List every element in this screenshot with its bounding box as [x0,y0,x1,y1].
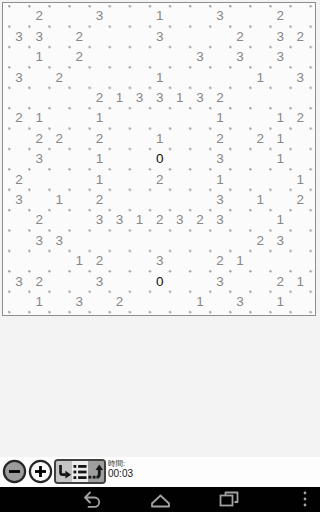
redo-button[interactable] [88,461,104,482]
clue-cell[interactable] [69,6,89,26]
clue-cell[interactable] [250,26,270,46]
android-navbar [0,487,320,512]
clue-cell[interactable] [29,190,49,210]
clue-cell[interactable] [190,6,210,26]
clue-cell[interactable] [49,210,69,230]
clue-cell[interactable]: 2 [89,128,109,148]
clue-cell[interactable]: 1 [29,108,49,128]
clue-cell[interactable] [290,128,310,148]
clue-cell[interactable]: 2 [29,6,49,26]
clue-cell[interactable]: 2 [109,291,129,311]
clue-cell[interactable] [29,169,49,189]
clue-cell[interactable] [9,230,29,250]
clue-cell[interactable]: 3 [89,6,109,26]
clue-cell[interactable] [230,6,250,26]
clue-cell[interactable]: 1 [190,291,210,311]
clue-cell[interactable]: 1 [29,291,49,311]
clue-cell[interactable] [29,88,49,108]
recents-icon-front-window [221,496,233,506]
clue-cell[interactable] [210,230,230,250]
clue-cell[interactable] [49,47,69,67]
clue-cell[interactable] [190,128,210,148]
clue-cell[interactable] [290,251,310,271]
clue-cell[interactable]: 1 [49,190,69,210]
clue-cell[interactable] [130,6,150,26]
clue-cell[interactable] [109,169,129,189]
clue-cell[interactable] [230,230,250,250]
clue-cell[interactable] [290,6,310,26]
clue-cell[interactable] [150,190,170,210]
clue-cell[interactable]: 2 [49,128,69,148]
home-button[interactable] [150,491,171,508]
clue-cell[interactable] [230,210,250,230]
clue-cell[interactable]: 1 [109,88,129,108]
clue-cell[interactable]: 3 [29,26,49,46]
clue-cell[interactable] [170,230,190,250]
clue-cell[interactable] [250,88,270,108]
clue-cell[interactable]: 3 [49,230,69,250]
clue-cell[interactable] [250,108,270,128]
clue-cell[interactable]: 3 [29,149,49,169]
clue-cell[interactable] [150,230,170,250]
clue-cell[interactable] [230,88,250,108]
clue-cell[interactable] [170,67,190,87]
clue-cell[interactable] [49,26,69,46]
clue-cell[interactable] [170,47,190,67]
clue-cell[interactable]: 1 [230,251,250,271]
clue-cell[interactable]: 1 [250,67,270,87]
redo-arrow-icon [88,464,104,480]
clue-cell[interactable] [170,190,190,210]
clue-cell[interactable]: 2 [69,26,89,46]
clue-cell[interactable]: 1 [270,108,290,128]
clue-cell[interactable] [290,210,310,230]
back-button[interactable] [81,491,103,508]
clue-cell[interactable] [250,291,270,311]
clue-cells[interactable]: 2313233232321233332113213313221111222212… [9,6,310,312]
clue-cell[interactable] [290,47,310,67]
clue-cell[interactable] [109,6,129,26]
clue-cell[interactable] [109,190,129,210]
clue-cell[interactable] [230,67,250,87]
clue-cell[interactable] [250,251,270,271]
clue-cell[interactable]: 1 [150,128,170,148]
clue-cell[interactable]: 3 [9,271,29,291]
clue-cell[interactable]: 3 [89,210,109,230]
clue-cell[interactable]: 3 [150,251,170,271]
recents-icon-back-window [226,493,238,503]
zoom-out-button[interactable] [2,459,27,484]
clue-cell[interactable] [69,190,89,210]
clue-cell[interactable] [9,251,29,271]
clue-cell[interactable] [89,26,109,46]
clue-cell[interactable] [109,230,129,250]
home-icon [152,496,169,507]
clue-cell[interactable]: 1 [290,169,310,189]
clue-cell[interactable] [69,88,89,108]
edit-button-group [54,459,106,484]
clue-cell[interactable] [170,291,190,311]
clue-cell[interactable]: 3 [29,230,49,250]
clue-cell[interactable] [109,108,129,128]
clue-cell[interactable]: 2 [210,88,230,108]
clue-cell[interactable]: 2 [230,26,250,46]
clue-cell[interactable] [290,230,310,250]
clue-cell[interactable]: 3 [210,271,230,291]
clue-cell[interactable] [250,149,270,169]
clue-cell[interactable] [29,67,49,87]
clue-cell[interactable]: 2 [290,26,310,46]
clue-cell[interactable] [270,169,290,189]
clue-cell[interactable]: 1 [89,108,109,128]
clue-cell[interactable]: 2 [29,128,49,148]
clue-cell[interactable] [270,67,290,87]
clue-cell[interactable]: 3 [150,88,170,108]
clue-cell[interactable] [130,271,150,291]
clue-cell[interactable]: 3 [130,88,150,108]
clue-cell[interactable] [109,67,129,87]
clue-cell[interactable] [190,190,210,210]
clue-cell[interactable] [250,6,270,26]
clue-cell[interactable]: 3 [230,47,250,67]
clue-cell[interactable] [9,149,29,169]
clue-cell[interactable] [109,149,129,169]
clue-cell[interactable]: 1 [69,251,89,271]
clue-cell[interactable]: 3 [270,47,290,67]
clue-cell[interactable]: 2 [9,169,29,189]
clue-cell[interactable]: 3 [170,210,190,230]
clue-cell[interactable]: 1 [170,88,190,108]
clue-cell[interactable] [69,108,89,128]
slitherlink-board[interactable]: 2313233232321233332113213313221111222212… [2,2,316,316]
clue-cell[interactable] [230,169,250,189]
clue-cell[interactable] [109,47,129,67]
clue-cell[interactable]: 1 [130,210,150,230]
clue-cell[interactable] [49,108,69,128]
clue-cell[interactable] [9,47,29,67]
clue-cell[interactable] [89,230,109,250]
clue-cell[interactable] [230,190,250,210]
clue-cell[interactable] [190,169,210,189]
clue-cell[interactable] [130,108,150,128]
clue-cell[interactable] [9,6,29,26]
clue-cell[interactable]: 2 [290,190,310,210]
clue-cell[interactable] [250,47,270,67]
clue-cell[interactable]: 3 [190,47,210,67]
clue-cell[interactable]: 1 [150,67,170,87]
back-icon [85,493,99,507]
app-screen: 2313233232321233332113213313221111222212… [0,0,320,512]
clue-cell[interactable] [230,149,250,169]
clue-cell[interactable] [49,6,69,26]
clue-cell[interactable]: 3 [210,210,230,230]
clue-cell[interactable]: 2 [49,67,69,87]
clue-cell[interactable] [89,67,109,87]
clue-cell[interactable] [69,128,89,148]
clue-cell[interactable]: 3 [230,291,250,311]
clue-cell[interactable] [29,251,49,271]
clue-cell[interactable] [190,251,210,271]
clue-cell[interactable] [170,271,190,291]
clue-cell[interactable] [190,230,210,250]
clue-cell[interactable]: 2 [89,190,109,210]
clue-cell[interactable]: 2 [210,251,230,271]
clue-cell[interactable] [49,169,69,189]
clue-cell[interactable]: 1 [250,190,270,210]
overflow-dot-icon [304,498,307,501]
clue-cell[interactable] [69,271,89,291]
clue-cell[interactable]: 1 [270,149,290,169]
clue-cell[interactable] [49,88,69,108]
clue-cell[interactable]: 3 [9,67,29,87]
clue-cell[interactable] [270,88,290,108]
clue-cell[interactable] [9,210,29,230]
clue-cell[interactable] [9,291,29,311]
clue-cell[interactable] [170,26,190,46]
clue-cell[interactable]: 3 [150,26,170,46]
clue-cell[interactable]: 1 [150,6,170,26]
clue-cell[interactable] [150,108,170,128]
clue-cell[interactable] [130,169,150,189]
clue-cell[interactable] [210,291,230,311]
clue-cell[interactable] [130,291,150,311]
clue-cell[interactable]: 2 [250,128,270,148]
clue-cell[interactable]: 0 [150,149,170,169]
clue-cell[interactable] [210,67,230,87]
clue-cell[interactable] [190,271,210,291]
clue-cell[interactable] [190,26,210,46]
clue-cell[interactable] [230,128,250,148]
clue-cell[interactable] [270,190,290,210]
clue-cell[interactable]: 2 [150,210,170,230]
clue-cell[interactable] [130,251,150,271]
clue-cell[interactable] [49,251,69,271]
clue-cell[interactable]: 2 [210,128,230,148]
clue-cell[interactable]: 3 [89,271,109,291]
clue-cell[interactable]: 1 [210,169,230,189]
overflow-menu-button[interactable] [302,490,308,508]
background-area [0,317,320,457]
clue-cell[interactable] [9,88,29,108]
clue-cell[interactable] [130,190,150,210]
clue-cell[interactable] [49,149,69,169]
clue-cell[interactable]: 1 [29,47,49,67]
timer-label: 時間: [108,459,133,468]
clue-cell[interactable] [109,251,129,271]
clue-cell[interactable]: 1 [89,149,109,169]
clue-cell[interactable] [69,169,89,189]
clue-cell[interactable]: 3 [210,6,230,26]
clue-cell[interactable]: 3 [270,230,290,250]
clue-cell[interactable] [290,149,310,169]
timer: 時間: 00:03 [108,459,133,479]
clue-cell[interactable]: 3 [69,291,89,311]
overflow-dot-icon [304,504,307,507]
toolbar: 時間: 00:03 [0,457,320,487]
clue-cell[interactable]: 3 [270,26,290,46]
clue-cell[interactable] [130,47,150,67]
undo-button[interactable] [56,461,72,482]
clue-cell[interactable]: 1 [270,291,290,311]
clue-cell[interactable] [250,271,270,291]
clue-cell[interactable] [49,291,69,311]
clue-cell[interactable]: 2 [29,210,49,230]
clue-cell[interactable] [290,88,310,108]
clue-cell[interactable]: 2 [290,108,310,128]
clue-cell[interactable]: 1 [89,169,109,189]
clue-cell[interactable] [69,230,89,250]
clue-cell[interactable] [109,271,129,291]
clue-cell[interactable] [109,128,129,148]
clue-cell[interactable] [69,149,89,169]
clue-cell[interactable]: 2 [270,271,290,291]
clue-cell[interactable] [89,291,109,311]
clue-cell[interactable]: 3 [9,190,29,210]
clue-cell[interactable] [49,271,69,291]
list-icon [73,464,87,480]
clue-cell[interactable] [170,6,190,26]
clue-cell[interactable] [230,108,250,128]
clue-cell[interactable] [250,210,270,230]
clue-cell[interactable]: 3 [109,210,129,230]
clue-cell[interactable] [270,251,290,271]
clue-cell[interactable] [170,169,190,189]
clue-cell[interactable]: 2 [29,271,49,291]
clue-cell[interactable] [130,67,150,87]
clue-cell[interactable]: 1 [270,210,290,230]
clue-cell[interactable]: 2 [89,251,109,271]
clue-cell[interactable]: 0 [150,271,170,291]
clue-cell[interactable]: 2 [250,230,270,250]
zoom-in-button[interactable] [28,459,53,484]
clue-cell[interactable]: 3 [210,190,230,210]
clue-cell[interactable] [109,26,129,46]
clue-cell[interactable]: 2 [190,210,210,230]
clue-cell[interactable] [89,47,109,67]
moves-list-button[interactable] [72,461,88,482]
clue-cell[interactable] [130,128,150,148]
clue-cell[interactable] [9,128,29,148]
clue-cell[interactable] [190,108,210,128]
clue-cell[interactable]: 2 [150,169,170,189]
clue-cell[interactable] [210,26,230,46]
minus-icon [9,470,20,473]
clue-cell[interactable]: 1 [210,108,230,128]
clue-cell[interactable]: 1 [270,128,290,148]
clue-cell[interactable] [130,26,150,46]
clue-cell[interactable] [150,291,170,311]
timer-value: 00:03 [108,468,133,479]
clue-cell[interactable] [130,149,150,169]
clue-cell[interactable] [250,169,270,189]
overflow-dot-icon [304,492,307,495]
clue-cell[interactable] [170,128,190,148]
clue-cell[interactable] [170,251,190,271]
clue-cell[interactable]: 2 [89,88,109,108]
clue-cell[interactable]: 3 [210,149,230,169]
clue-cell[interactable] [69,210,89,230]
clue-cell[interactable]: 2 [9,108,29,128]
recents-button[interactable] [219,491,239,508]
clue-cell[interactable]: 3 [290,67,310,87]
plus-icon-v [39,466,42,477]
undo-arrow-icon [57,464,72,480]
clue-cell[interactable]: 3 [9,26,29,46]
clue-cell[interactable] [190,67,210,87]
clue-cell[interactable] [210,47,230,67]
clue-cell[interactable] [290,291,310,311]
clue-cell[interactable] [69,67,89,87]
clue-cell[interactable] [170,149,190,169]
clue-cell[interactable]: 1 [290,271,310,291]
clue-cell[interactable]: 2 [270,6,290,26]
clue-cell[interactable] [190,149,210,169]
clue-cell[interactable] [230,271,250,291]
clue-cell[interactable] [170,108,190,128]
clue-cell[interactable] [150,47,170,67]
clue-cell[interactable]: 2 [69,47,89,67]
clue-cell[interactable]: 3 [190,88,210,108]
clue-cell[interactable] [130,230,150,250]
